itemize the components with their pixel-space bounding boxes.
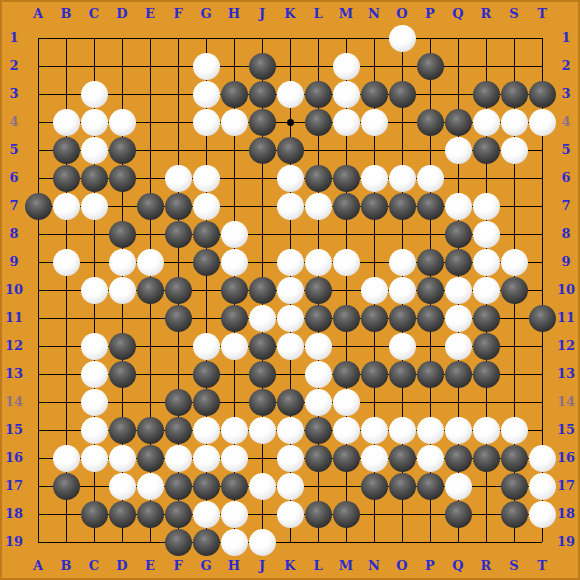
black-stone [221,473,248,500]
white-stone [361,445,388,472]
black-stone [305,417,332,444]
row-label-right: 10 [555,283,577,297]
white-stone [529,109,556,136]
row-label-right: 19 [555,535,577,549]
white-stone [81,109,108,136]
black-stone [221,277,248,304]
white-stone [417,165,444,192]
white-stone [277,473,304,500]
column-label-bottom: L [307,559,329,573]
column-label-top: C [83,7,105,21]
white-stone [277,445,304,472]
black-stone [249,53,276,80]
column-label-bottom: B [55,559,77,573]
black-stone [445,501,472,528]
white-stone [389,249,416,276]
white-stone [193,109,220,136]
column-label-bottom: J [251,559,273,573]
white-stone [305,361,332,388]
black-stone [109,361,136,388]
black-stone [305,81,332,108]
white-stone [249,305,276,332]
black-stone [109,221,136,248]
black-stone [417,53,444,80]
row-label-left: 5 [3,143,25,157]
row-label-right: 1 [555,31,577,45]
white-stone [53,193,80,220]
black-stone [417,361,444,388]
white-stone [137,473,164,500]
black-stone [389,305,416,332]
black-stone [137,277,164,304]
white-stone [333,389,360,416]
black-stone [333,361,360,388]
white-stone [221,529,248,556]
row-label-right: 4 [555,115,577,129]
column-label-bottom: D [111,559,133,573]
white-stone [165,445,192,472]
black-stone [445,109,472,136]
white-stone [109,473,136,500]
black-stone [417,109,444,136]
black-stone [221,305,248,332]
row-label-right: 17 [555,479,577,493]
white-stone [221,221,248,248]
black-stone [473,137,500,164]
white-stone [193,165,220,192]
column-label-top: N [363,7,385,21]
black-stone [501,501,528,528]
white-stone [445,193,472,220]
white-stone [417,445,444,472]
row-label-left: 7 [3,199,25,213]
white-stone [333,53,360,80]
black-stone [445,249,472,276]
row-label-left: 1 [3,31,25,45]
white-stone [445,305,472,332]
black-stone [501,473,528,500]
black-stone [333,445,360,472]
white-stone [221,417,248,444]
column-label-top: T [531,7,553,21]
black-stone [193,529,220,556]
black-stone [305,305,332,332]
white-stone [445,473,472,500]
black-stone [193,361,220,388]
white-stone [501,417,528,444]
row-label-left: 19 [3,535,25,549]
white-stone [109,445,136,472]
white-stone [389,165,416,192]
black-stone [361,193,388,220]
white-stone [445,417,472,444]
white-stone [109,109,136,136]
black-stone [277,137,304,164]
white-stone [249,529,276,556]
black-stone [473,305,500,332]
black-stone [529,81,556,108]
row-label-right: 5 [555,143,577,157]
column-label-bottom: O [391,559,413,573]
black-stone [165,277,192,304]
black-stone [165,305,192,332]
black-stone [165,221,192,248]
row-label-left: 13 [3,367,25,381]
column-label-bottom: H [223,559,245,573]
white-stone [81,445,108,472]
black-stone [417,473,444,500]
black-stone [165,501,192,528]
column-label-top: S [503,7,525,21]
column-label-bottom: T [531,559,553,573]
column-label-top: J [251,7,273,21]
white-stone [221,501,248,528]
column-label-top: P [419,7,441,21]
white-stone [81,389,108,416]
row-label-right: 2 [555,59,577,73]
white-stone [445,137,472,164]
black-stone [137,193,164,220]
white-stone [193,501,220,528]
column-label-top: M [335,7,357,21]
row-label-left: 2 [3,59,25,73]
column-label-top: Q [447,7,469,21]
white-stone [109,277,136,304]
white-stone [277,305,304,332]
black-stone [165,529,192,556]
row-label-left: 9 [3,255,25,269]
black-stone [193,473,220,500]
white-stone [277,501,304,528]
white-stone [473,277,500,304]
row-label-left: 3 [3,87,25,101]
row-label-right: 16 [555,451,577,465]
black-stone [137,417,164,444]
black-stone [389,361,416,388]
star-point [287,119,294,126]
black-stone [193,249,220,276]
white-stone [193,445,220,472]
white-stone [53,249,80,276]
row-label-right: 6 [555,171,577,185]
row-label-right: 11 [555,311,577,325]
go-board[interactable]: AABBCCDDEEFFGGHHJJKKLLMMNNOOPPQQRRSSTT11… [0,0,580,580]
row-label-left: 17 [3,479,25,493]
column-label-top: O [391,7,413,21]
row-label-left: 10 [3,283,25,297]
black-stone [249,277,276,304]
row-label-left: 4 [3,115,25,129]
row-label-right: 8 [555,227,577,241]
white-stone [333,249,360,276]
white-stone [277,81,304,108]
black-stone [193,221,220,248]
black-stone [249,333,276,360]
black-stone [501,277,528,304]
black-stone [361,305,388,332]
black-stone [305,277,332,304]
black-stone [417,305,444,332]
black-stone [389,193,416,220]
black-stone [417,277,444,304]
white-stone [193,81,220,108]
white-stone [277,333,304,360]
white-stone [221,249,248,276]
white-stone [305,389,332,416]
white-stone [445,277,472,304]
white-stone [193,53,220,80]
white-stone [473,193,500,220]
row-label-left: 18 [3,507,25,521]
white-stone [389,277,416,304]
black-stone [305,445,332,472]
black-stone [417,249,444,276]
white-stone [473,109,500,136]
white-stone [305,249,332,276]
black-stone [53,473,80,500]
white-stone [221,445,248,472]
black-stone [305,501,332,528]
black-stone [165,193,192,220]
black-stone [361,81,388,108]
black-stone [389,445,416,472]
white-stone [221,109,248,136]
black-stone [333,165,360,192]
column-label-top: L [307,7,329,21]
column-label-top: H [223,7,245,21]
column-label-bottom: M [335,559,357,573]
column-label-bottom: R [475,559,497,573]
white-stone [81,333,108,360]
white-stone [333,417,360,444]
black-stone [529,305,556,332]
column-label-bottom: C [83,559,105,573]
black-stone [305,109,332,136]
row-label-right: 14 [555,395,577,409]
black-stone [81,501,108,528]
black-stone [361,473,388,500]
black-stone [81,165,108,192]
black-stone [137,445,164,472]
column-label-bottom: Q [447,559,469,573]
white-stone [361,165,388,192]
black-stone [501,81,528,108]
white-stone [473,417,500,444]
white-stone [81,81,108,108]
white-stone [529,473,556,500]
white-stone [81,277,108,304]
white-stone [501,249,528,276]
row-label-left: 6 [3,171,25,185]
black-stone [165,473,192,500]
white-stone [193,333,220,360]
black-stone [473,445,500,472]
row-label-left: 14 [3,395,25,409]
black-stone [389,81,416,108]
black-stone [137,501,164,528]
row-label-right: 13 [555,367,577,381]
black-stone [25,193,52,220]
black-stone [109,417,136,444]
white-stone [361,277,388,304]
row-label-left: 16 [3,451,25,465]
black-stone [249,389,276,416]
black-stone [333,193,360,220]
black-stone [193,389,220,416]
column-label-top: B [55,7,77,21]
white-stone [389,417,416,444]
white-stone [109,249,136,276]
white-stone [361,109,388,136]
white-stone [165,165,192,192]
black-stone [333,305,360,332]
row-label-right: 18 [555,507,577,521]
black-stone [249,137,276,164]
white-stone [81,417,108,444]
white-stone [529,501,556,528]
row-label-right: 9 [555,255,577,269]
white-stone [277,277,304,304]
column-label-top: K [279,7,301,21]
column-label-bottom: K [279,559,301,573]
black-stone [389,473,416,500]
black-stone [361,361,388,388]
black-stone [249,361,276,388]
white-stone [305,193,332,220]
row-label-left: 8 [3,227,25,241]
white-stone [249,473,276,500]
column-label-bottom: F [167,559,189,573]
white-stone [389,333,416,360]
white-stone [305,333,332,360]
column-label-top: E [139,7,161,21]
row-label-left: 11 [3,311,25,325]
black-stone [109,333,136,360]
black-stone [501,445,528,472]
white-stone [277,165,304,192]
white-stone [361,417,388,444]
row-label-right: 12 [555,339,577,353]
white-stone [193,193,220,220]
column-label-bottom: N [363,559,385,573]
white-stone [249,417,276,444]
black-stone [109,501,136,528]
white-stone [333,81,360,108]
column-label-top: F [167,7,189,21]
column-label-top: G [195,7,217,21]
white-stone [277,417,304,444]
white-stone [333,109,360,136]
black-stone [109,165,136,192]
black-stone [305,165,332,192]
white-stone [501,137,528,164]
black-stone [445,361,472,388]
row-label-right: 3 [555,87,577,101]
white-stone [277,193,304,220]
white-stone [473,221,500,248]
column-label-bottom: G [195,559,217,573]
white-stone [445,333,472,360]
column-label-top: A [27,7,49,21]
row-label-right: 15 [555,423,577,437]
black-stone [473,361,500,388]
black-stone [53,165,80,192]
black-stone [277,389,304,416]
row-label-left: 12 [3,339,25,353]
white-stone [389,25,416,52]
black-stone [473,81,500,108]
row-label-right: 7 [555,199,577,213]
black-stone [445,221,472,248]
white-stone [501,109,528,136]
black-stone [417,193,444,220]
column-label-bottom: E [139,559,161,573]
black-stone [249,81,276,108]
row-label-left: 15 [3,423,25,437]
white-stone [53,445,80,472]
white-stone [417,417,444,444]
black-stone [445,445,472,472]
black-stone [473,333,500,360]
column-label-top: R [475,7,497,21]
black-stone [333,501,360,528]
column-label-top: D [111,7,133,21]
column-label-bottom: P [419,559,441,573]
column-label-bottom: A [27,559,49,573]
white-stone [81,193,108,220]
white-stone [529,445,556,472]
white-stone [137,249,164,276]
black-stone [165,417,192,444]
black-stone [165,389,192,416]
white-stone [473,249,500,276]
white-stone [53,109,80,136]
column-label-bottom: S [503,559,525,573]
white-stone [221,333,248,360]
black-stone [109,137,136,164]
black-stone [249,109,276,136]
white-stone [81,137,108,164]
white-stone [193,417,220,444]
black-stone [221,81,248,108]
white-stone [81,361,108,388]
white-stone [277,249,304,276]
black-stone [53,137,80,164]
